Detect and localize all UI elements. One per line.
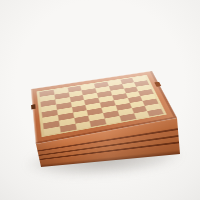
square-r7c7 <box>147 109 163 117</box>
square-r7c0 <box>44 126 61 135</box>
square-r7c1 <box>59 124 76 133</box>
product-photo <box>0 0 200 200</box>
square-r7c3 <box>90 119 107 127</box>
left-finger-notch <box>31 104 36 109</box>
right-finger-notch <box>154 82 161 87</box>
square-r7c2 <box>75 121 92 130</box>
